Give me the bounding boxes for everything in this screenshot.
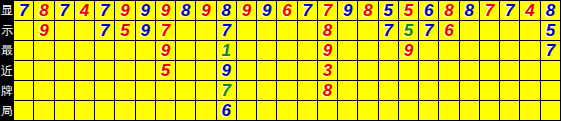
grid-cell	[34, 41, 54, 61]
grid-cell	[136, 101, 156, 121]
grid-cell	[196, 21, 216, 41]
grid-cell	[460, 61, 480, 81]
grid-cell	[277, 61, 297, 81]
grid-cell: 8	[176, 1, 196, 21]
grid-cell	[298, 41, 318, 61]
grid-cell	[358, 41, 378, 61]
grid-cell: 8	[358, 1, 378, 21]
grid-cell	[14, 81, 34, 101]
grid-cell	[520, 101, 540, 121]
grid-cell	[541, 61, 561, 81]
grid-cell: 9	[156, 1, 176, 21]
grid-cell	[399, 81, 419, 101]
grid-cell	[480, 81, 500, 101]
grid-cell: 5	[399, 21, 419, 41]
grid-cell	[358, 81, 378, 101]
grid-cell	[237, 21, 257, 41]
vertical-title-char: 示	[0, 20, 14, 40]
grid-cell	[156, 81, 176, 101]
grid-cell: 9	[338, 1, 358, 21]
grid-cell: 6	[419, 1, 439, 21]
grid-cell	[75, 101, 95, 121]
grid-cell	[14, 41, 34, 61]
grid-cell	[277, 81, 297, 101]
grid-cell: 6	[217, 101, 237, 121]
grid-cell: 7	[55, 1, 75, 21]
vertical-title-char: 显	[0, 0, 14, 20]
grid-cell	[358, 21, 378, 41]
vertical-title: 显示最近牌局	[0, 0, 14, 121]
grid-cell	[55, 21, 75, 41]
grid-cell	[419, 101, 439, 121]
grid-cell	[439, 41, 459, 61]
grid-cell	[298, 61, 318, 81]
grid-cell: 8	[318, 21, 338, 41]
grid-cell	[439, 81, 459, 101]
grid-cell: 7	[95, 1, 115, 21]
grid-cell	[338, 21, 358, 41]
grid-cell	[176, 101, 196, 121]
grid-cell: 5	[379, 1, 399, 21]
grid-cell: 9	[196, 1, 216, 21]
grid-cell	[95, 41, 115, 61]
grid-cell: 7	[419, 21, 439, 41]
grid-cell	[176, 21, 196, 41]
grid-cell: 7	[541, 41, 561, 61]
grid-cell	[379, 41, 399, 61]
vertical-title-char: 局	[0, 101, 14, 121]
grid-cell	[480, 41, 500, 61]
grid-cell	[399, 61, 419, 81]
grid-cell	[520, 21, 540, 41]
grid-cell	[75, 21, 95, 41]
grid-cell	[480, 21, 500, 41]
grid-cell	[115, 61, 135, 81]
grid-cell	[500, 41, 520, 61]
grid-cell	[338, 61, 358, 81]
grid-cell: 8	[439, 1, 459, 21]
grid-cell	[257, 61, 277, 81]
grid-cell	[14, 21, 34, 41]
grid-cell	[439, 101, 459, 121]
grid-cell	[419, 41, 439, 61]
grid-cell	[156, 101, 176, 121]
grid-cell	[460, 41, 480, 61]
grid-cell: 8	[318, 81, 338, 101]
grid-cell	[257, 21, 277, 41]
grid-cell	[277, 101, 297, 121]
grid-cell	[298, 81, 318, 101]
grid-cell	[237, 41, 257, 61]
grid-cell	[34, 61, 54, 81]
grid-cell	[34, 81, 54, 101]
grid-cell	[196, 41, 216, 61]
grid-cell	[500, 21, 520, 41]
grid-cell	[75, 81, 95, 101]
grid-cell: 9	[136, 1, 156, 21]
grid-cell	[75, 61, 95, 81]
grid-cell	[55, 61, 75, 81]
grid-cell: 7	[14, 1, 34, 21]
grid-cell	[115, 81, 135, 101]
grid-cell: 9	[136, 21, 156, 41]
grid-cell: 7	[379, 21, 399, 41]
game-grid: 7874799989899677985568877489759778757659…	[14, 0, 561, 121]
grid-cell	[277, 21, 297, 41]
grid-cell	[480, 61, 500, 81]
grid-cell: 9	[34, 21, 54, 41]
grid-cell	[541, 81, 561, 101]
grid-cell: 6	[439, 21, 459, 41]
grid-cell	[257, 81, 277, 101]
grid-cell	[136, 61, 156, 81]
grid-cell	[500, 81, 520, 101]
grid-cell	[358, 101, 378, 121]
grid-cell	[115, 41, 135, 61]
grid-cell	[196, 61, 216, 81]
vertical-title-char: 最	[0, 40, 14, 60]
grid-cell	[298, 21, 318, 41]
grid-cell	[318, 101, 338, 121]
grid-cell	[176, 41, 196, 61]
grid-cell	[399, 101, 419, 121]
grid-cell	[55, 101, 75, 121]
grid-cell: 6	[277, 1, 297, 21]
grid-cell	[520, 41, 540, 61]
grid-cell: 4	[520, 1, 540, 21]
grid-cell	[379, 61, 399, 81]
grid-cell: 7	[500, 1, 520, 21]
grid-cell	[419, 81, 439, 101]
grid-cell	[358, 61, 378, 81]
grid-cell	[14, 101, 34, 121]
grid-cell	[520, 81, 540, 101]
grid-cell	[95, 61, 115, 81]
grid-cell: 5	[115, 21, 135, 41]
grid-cell: 9	[156, 41, 176, 61]
grid-cell: 8	[460, 1, 480, 21]
grid-cell	[257, 41, 277, 61]
grid-cell	[520, 61, 540, 81]
grid-cell	[277, 41, 297, 61]
grid-cell: 9	[257, 1, 277, 21]
grid-cell	[95, 101, 115, 121]
grid-cell	[298, 101, 318, 121]
grid-cell: 7	[480, 1, 500, 21]
grid-cell	[460, 21, 480, 41]
grid-cell	[136, 41, 156, 61]
vertical-title-char: 近	[0, 61, 14, 81]
grid-cell: 9	[318, 41, 338, 61]
grid-cell	[176, 61, 196, 81]
grid-cell	[500, 101, 520, 121]
grid-cell	[338, 81, 358, 101]
grid-cell: 7	[217, 81, 237, 101]
grid-cell	[460, 81, 480, 101]
grid-cell	[338, 101, 358, 121]
grid-cell: 5	[156, 61, 176, 81]
grid-cell: 8	[217, 1, 237, 21]
grid-cell: 7	[156, 21, 176, 41]
grid-cell	[75, 41, 95, 61]
grid-cell: 7	[217, 21, 237, 41]
grid-cell: 9	[237, 1, 257, 21]
grid-cell	[379, 81, 399, 101]
grid-cell: 4	[75, 1, 95, 21]
grid-cell	[541, 101, 561, 121]
grid-cell	[439, 61, 459, 81]
grid-cell: 3	[318, 61, 338, 81]
grid-cell	[95, 81, 115, 101]
grid-cell: 8	[34, 1, 54, 21]
grid-cell: 9	[399, 41, 419, 61]
grid-cell: 7	[95, 21, 115, 41]
recent-games-board: 显示最近牌局 787479998989967798556887748975977…	[0, 0, 561, 121]
grid-cell: 7	[318, 1, 338, 21]
grid-cell	[14, 61, 34, 81]
grid-cell: 7	[298, 1, 318, 21]
grid-cell: 5	[541, 21, 561, 41]
grid-cell	[480, 101, 500, 121]
grid-cell: 8	[541, 1, 561, 21]
grid-cell	[34, 101, 54, 121]
grid-cell	[257, 101, 277, 121]
grid-cell	[419, 61, 439, 81]
grid-cell	[115, 101, 135, 121]
grid-cell	[55, 41, 75, 61]
grid-cell: 9	[217, 61, 237, 81]
grid-cell	[176, 81, 196, 101]
grid-cell	[237, 101, 257, 121]
grid-cell	[237, 61, 257, 81]
grid-cell	[55, 81, 75, 101]
grid-cell	[196, 101, 216, 121]
grid-cell	[136, 81, 156, 101]
grid-cell	[460, 101, 480, 121]
grid-cell: 5	[399, 1, 419, 21]
grid-cell: 1	[217, 41, 237, 61]
grid-cell	[379, 101, 399, 121]
grid-cell	[500, 61, 520, 81]
grid-cell	[338, 41, 358, 61]
grid-cell	[196, 81, 216, 101]
vertical-title-char: 牌	[0, 81, 14, 101]
grid-cell	[237, 81, 257, 101]
grid-cell: 9	[115, 1, 135, 21]
